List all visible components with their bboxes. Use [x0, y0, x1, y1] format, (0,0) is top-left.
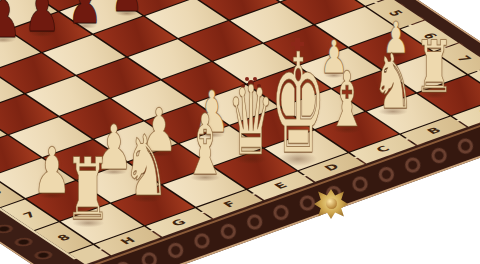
piece-black-pawn[interactable]: ♟ — [68, 0, 102, 32]
piece-white-rook[interactable]: ♜ — [65, 146, 111, 232]
piece-white-rook[interactable]: ♜ — [415, 31, 454, 103]
piece-white-bishop[interactable]: ♝ — [327, 62, 367, 138]
piece-white-knight[interactable]: ♞ — [123, 124, 170, 208]
piece-black-pawn[interactable]: ♟ — [111, 0, 143, 20]
piece-white-bishop[interactable]: ♝ — [183, 103, 227, 187]
piece-black-pawn[interactable]: ♟ — [0, 0, 21, 47]
piece-black-pawn[interactable]: ♟ — [24, 0, 61, 41]
piece-white-queen[interactable]: ♛ — [227, 73, 274, 169]
piece-white-king[interactable]: ♚ — [270, 36, 326, 174]
chess-set-photo: HGFEDCBA1122334455667788HGFEDCBA ♟♟♟♟♟♟♟… — [0, 0, 480, 264]
piece-white-knight[interactable]: ♞ — [372, 44, 414, 120]
brass-clasp-knob-icon — [326, 198, 337, 209]
